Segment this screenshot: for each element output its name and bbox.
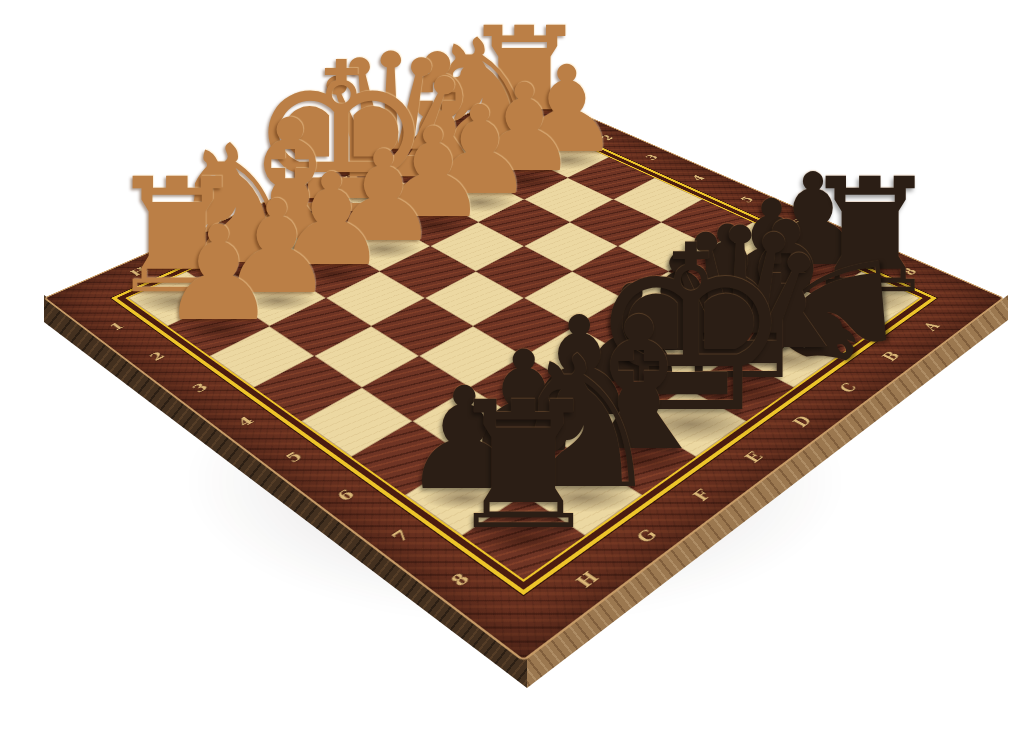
- black-rook-icon: ♜: [445, 379, 603, 555]
- white-pawn-icon: ♟: [160, 209, 277, 340]
- pieces-layer: ♜♞♝♛♚♝♞♜♟♟♟♟♟♟♟♟♜♞♝♛♚♝♞♜♟♟♟♟♟♟♟♟: [0, 0, 1011, 740]
- chessboard-photo: ABCDEFGH ABCDEFGH 12345678 12345678 ♜♞♝♛…: [0, 0, 1011, 740]
